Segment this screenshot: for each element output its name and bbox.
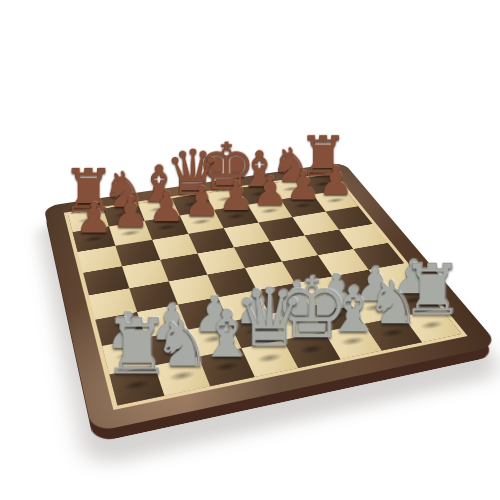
square-e5 <box>234 241 282 268</box>
piece-copper-bishop: ♝ <box>230 145 289 194</box>
square-b4 <box>129 281 178 312</box>
piece-copper-knight: ♞ <box>93 166 154 215</box>
product-photo-canvas: ♜♞♝♛♚♝♞♜♟♟♟♟♟♟♟♟♟♟♟♟♟♟♟♟♜♞♝♛♚♝♞♜ <box>0 0 500 500</box>
chessboard-scene: ♜♞♝♛♚♝♞♜♟♟♟♟♟♟♟♟♟♟♟♟♟♟♟♟♜♞♝♛♚♝♞♜ <box>43 162 499 433</box>
piece-copper-rook: ♜ <box>294 129 352 184</box>
piece-silver-pawn: ♟ <box>377 254 448 300</box>
chessboard: ♜♞♝♛♚♝♞♜♟♟♟♟♟♟♟♟♟♟♟♟♟♟♟♟♜♞♝♛♚♝♞♜ <box>43 162 499 433</box>
